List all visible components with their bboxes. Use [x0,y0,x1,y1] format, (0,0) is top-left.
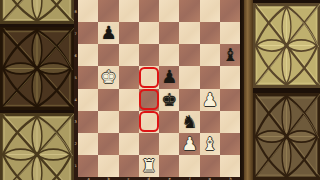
white-rook[interactable]: ♜ [139,155,159,177]
black-pawn[interactable]: ♟ [159,66,179,88]
file-label: f [189,177,190,180]
square-f6[interactable] [179,44,199,66]
square-g3[interactable] [200,111,220,133]
square-a7[interactable] [78,22,98,44]
carved-rosette [0,27,74,110]
square-h3[interactable] [220,111,240,133]
carved-rosette [0,113,74,180]
square-f3[interactable]: ♞ [179,111,199,133]
file-label: c [128,177,130,180]
decor-panel-left [0,0,74,180]
white-bishop[interactable]: ♝ [200,133,220,155]
square-d5[interactable] [139,66,159,88]
square-d1[interactable]: ♜ [139,155,159,177]
chess-board: 87654321 ♟♝♚♟♚♟♞♟♝♜ abcdefgh [74,0,244,180]
square-f7[interactable] [179,22,199,44]
rank-label: 4 [75,98,77,102]
square-c8[interactable] [119,0,139,22]
square-f5[interactable] [179,66,199,88]
highlight-d3 [139,111,158,132]
square-e4[interactable]: ♚ [159,89,179,111]
square-d2[interactable] [139,133,159,155]
square-c5[interactable] [119,66,139,88]
file-label: b [107,177,109,180]
square-h4[interactable] [220,89,240,111]
square-f1[interactable] [179,155,199,177]
file-label: e [168,177,170,180]
white-pawn[interactable]: ♟ [200,89,220,111]
square-e5[interactable]: ♟ [159,66,179,88]
carved-rosette [253,93,320,180]
square-e6[interactable] [159,44,179,66]
square-a1[interactable] [78,155,98,177]
square-g8[interactable] [200,0,220,22]
square-c6[interactable] [119,44,139,66]
square-h2[interactable] [220,133,240,155]
square-d3[interactable] [139,111,159,133]
file-coordinates: abcdefgh [74,177,244,180]
highlight-d5 [139,67,158,88]
square-e8[interactable] [159,0,179,22]
rank-label: 7 [75,31,77,35]
square-a3[interactable] [78,111,98,133]
square-h7[interactable] [220,22,240,44]
square-g6[interactable] [200,44,220,66]
square-d6[interactable] [139,44,159,66]
square-c7[interactable] [119,22,139,44]
black-knight[interactable]: ♞ [179,111,199,133]
square-e7[interactable] [159,22,179,44]
square-c4[interactable] [119,89,139,111]
file-label: d [148,177,150,180]
highlight-d4 [139,89,158,110]
carved-rosette [0,0,74,24]
file-label: g [209,177,211,180]
square-f2[interactable]: ♟ [179,133,199,155]
square-d4[interactable] [139,89,159,111]
square-e3[interactable] [159,111,179,133]
square-g7[interactable] [200,22,220,44]
square-e2[interactable] [159,133,179,155]
square-e1[interactable] [159,155,179,177]
white-pawn[interactable]: ♟ [179,133,199,155]
rank-label: 8 [75,9,77,13]
black-king[interactable]: ♚ [159,89,179,111]
square-b8[interactable] [98,0,118,22]
square-a2[interactable] [78,133,98,155]
square-f4[interactable] [179,89,199,111]
square-b4[interactable] [98,89,118,111]
carved-rosette [253,3,320,88]
square-a8[interactable] [78,0,98,22]
file-label: a [87,177,89,180]
square-g4[interactable]: ♟ [200,89,220,111]
square-a4[interactable] [78,89,98,111]
square-g5[interactable] [200,66,220,88]
decor-panel-right [253,0,320,180]
decor-wood-strip [244,0,253,180]
square-b3[interactable] [98,111,118,133]
square-b6[interactable] [98,44,118,66]
chess-app-screen: 87654321 ♟♝♚♟♚♟♞♟♝♜ abcdefgh [0,0,320,180]
board-grid: ♟♝♚♟♚♟♞♟♝♜ [78,0,240,177]
rank-label: 3 [75,120,77,124]
square-a6[interactable] [78,44,98,66]
black-bishop[interactable]: ♝ [220,44,240,66]
square-b5[interactable]: ♚ [98,66,118,88]
square-h8[interactable] [220,0,240,22]
square-h6[interactable]: ♝ [220,44,240,66]
square-g1[interactable] [200,155,220,177]
rank-label: 2 [75,142,77,146]
square-b2[interactable] [98,133,118,155]
rank-label: 5 [75,76,77,80]
square-d8[interactable] [139,0,159,22]
square-a5[interactable] [78,66,98,88]
square-c1[interactable] [119,155,139,177]
file-label: h [229,177,231,180]
square-h1[interactable] [220,155,240,177]
rank-label: 6 [75,54,77,58]
square-d7[interactable] [139,22,159,44]
white-king[interactable]: ♚ [98,66,118,88]
square-b1[interactable] [98,155,118,177]
square-f8[interactable] [179,0,199,22]
square-c2[interactable] [119,133,139,155]
square-h5[interactable] [220,66,240,88]
square-c3[interactable] [119,111,139,133]
square-g2[interactable]: ♝ [200,133,220,155]
black-pawn[interactable]: ♟ [98,22,118,44]
square-b7[interactable]: ♟ [98,22,118,44]
rank-label: 1 [75,164,77,168]
